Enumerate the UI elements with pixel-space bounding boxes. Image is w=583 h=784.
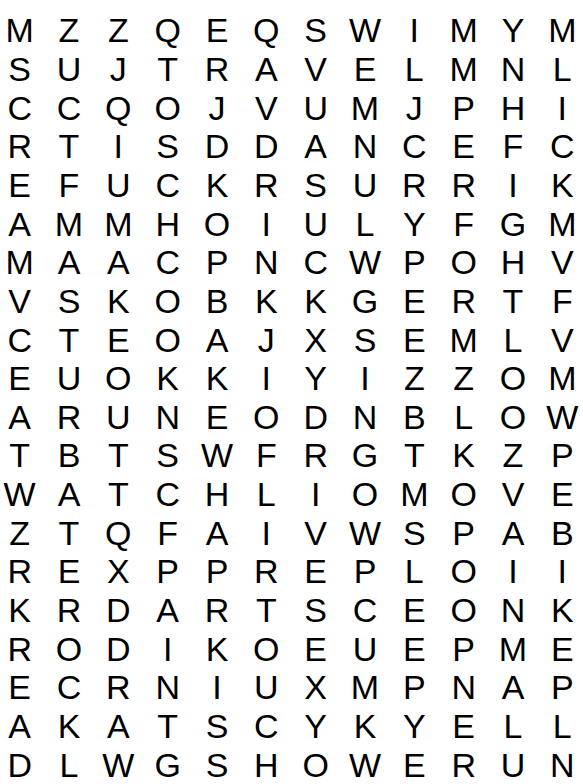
grid-cell[interactable]: U	[340, 166, 389, 205]
grid-cell[interactable]: I	[488, 166, 537, 205]
grid-cell[interactable]: A	[94, 243, 143, 282]
grid-cell[interactable]: P	[143, 552, 192, 591]
grid-cell[interactable]: M	[44, 204, 93, 243]
grid-cell[interactable]: R	[439, 282, 488, 321]
grid-cell[interactable]: R	[94, 668, 143, 707]
grid-cell[interactable]: S	[390, 513, 439, 552]
grid-cell[interactable]: Y	[390, 204, 439, 243]
grid-cell[interactable]: T	[44, 513, 93, 552]
grid-cell[interactable]: O	[439, 475, 488, 514]
grid-cell[interactable]: C	[242, 707, 291, 746]
grid-cell[interactable]: R	[0, 552, 44, 591]
grid-cell[interactable]: V	[291, 513, 340, 552]
grid-cell[interactable]: T	[44, 320, 93, 359]
grid-cell[interactable]: Y	[291, 707, 340, 746]
grid-cell[interactable]: A	[0, 398, 44, 437]
grid-cell[interactable]: N	[143, 398, 192, 437]
grid-cell[interactable]: E	[390, 591, 439, 630]
grid-cell[interactable]: K	[192, 359, 241, 398]
grid-cell[interactable]: O	[192, 204, 241, 243]
grid-cell[interactable]: E	[439, 707, 488, 746]
grid-cell[interactable]: P	[390, 668, 439, 707]
grid-cell[interactable]: V	[538, 320, 583, 359]
grid-cell[interactable]: Y	[488, 11, 537, 50]
grid-cell[interactable]: F	[439, 204, 488, 243]
grid-cell[interactable]: C	[340, 591, 389, 630]
grid-cell[interactable]: D	[291, 398, 340, 437]
grid-cell[interactable]: W	[538, 398, 583, 437]
grid-cell[interactable]: H	[143, 204, 192, 243]
grid-cell[interactable]: O	[340, 475, 389, 514]
grid-cell[interactable]: Q	[94, 88, 143, 127]
grid-cell[interactable]: K	[0, 591, 44, 630]
grid-cell[interactable]: B	[192, 282, 241, 321]
grid-cell[interactable]: I	[538, 552, 583, 591]
grid-cell[interactable]: E	[291, 552, 340, 591]
grid-cell[interactable]: Y	[390, 707, 439, 746]
grid-cell[interactable]: W	[340, 745, 389, 784]
grid-cell[interactable]: M	[0, 11, 44, 50]
grid-cell[interactable]: U	[340, 629, 389, 668]
grid-cell[interactable]: C	[0, 88, 44, 127]
grid-cell[interactable]: W	[0, 475, 44, 514]
grid-cell[interactable]: M	[94, 204, 143, 243]
grid-cell[interactable]: J	[242, 320, 291, 359]
grid-cell[interactable]: E	[0, 668, 44, 707]
grid-cell[interactable]: Z	[390, 359, 439, 398]
grid-cell[interactable]: A	[242, 50, 291, 89]
grid-cell[interactable]: P	[390, 243, 439, 282]
grid-cell[interactable]: E	[192, 11, 241, 50]
grid-cell[interactable]: W	[94, 745, 143, 784]
grid-cell[interactable]: R	[0, 127, 44, 166]
grid-cell[interactable]: J	[390, 88, 439, 127]
grid-cell[interactable]: K	[242, 282, 291, 321]
grid-cell[interactable]: O	[242, 398, 291, 437]
grid-cell[interactable]: N	[340, 127, 389, 166]
grid-cell[interactable]: E	[538, 475, 583, 514]
grid-cell[interactable]: L	[439, 398, 488, 437]
grid-cell[interactable]: N	[439, 668, 488, 707]
grid-cell[interactable]: T	[488, 282, 537, 321]
grid-cell[interactable]: R	[242, 166, 291, 205]
grid-cell[interactable]: M	[488, 629, 537, 668]
grid-cell[interactable]: E	[291, 629, 340, 668]
grid-cell[interactable]: C	[143, 475, 192, 514]
grid-cell[interactable]: V	[488, 475, 537, 514]
grid-cell[interactable]: K	[143, 359, 192, 398]
grid-cell[interactable]: Z	[0, 513, 44, 552]
grid-cell[interactable]: M	[340, 668, 389, 707]
grid-cell[interactable]: G	[488, 204, 537, 243]
grid-cell[interactable]: K	[340, 707, 389, 746]
grid-cell[interactable]: U	[291, 204, 340, 243]
grid-cell[interactable]: M	[0, 243, 44, 282]
grid-cell[interactable]: T	[94, 475, 143, 514]
grid-cell[interactable]: R	[44, 591, 93, 630]
grid-cell[interactable]: F	[242, 436, 291, 475]
grid-cell[interactable]: O	[439, 552, 488, 591]
grid-cell[interactable]: E	[340, 50, 389, 89]
grid-cell[interactable]: V	[291, 50, 340, 89]
grid-cell[interactable]: F	[488, 127, 537, 166]
grid-cell[interactable]: D	[0, 745, 44, 784]
grid-cell[interactable]: O	[143, 320, 192, 359]
grid-cell[interactable]: T	[0, 436, 44, 475]
grid-cell[interactable]: P	[439, 629, 488, 668]
grid-cell[interactable]: U	[242, 668, 291, 707]
word-search-board: MZZQEQSWIMYMSUJTRAVELMNLCCQOJVUMJPHIRTIS…	[0, 11, 583, 784]
grid-cell[interactable]: R	[439, 745, 488, 784]
grid-cell[interactable]: O	[143, 88, 192, 127]
grid-cell[interactable]: O	[143, 282, 192, 321]
grid-cell[interactable]: U	[488, 745, 537, 784]
grid-cell[interactable]: T	[390, 436, 439, 475]
grid-cell[interactable]: U	[44, 359, 93, 398]
grid-cell[interactable]: A	[0, 204, 44, 243]
grid-cell[interactable]: R	[390, 166, 439, 205]
grid-cell[interactable]: L	[538, 707, 583, 746]
grid-cell[interactable]: I	[538, 88, 583, 127]
grid-cell[interactable]: S	[143, 436, 192, 475]
grid-cell[interactable]: N	[488, 591, 537, 630]
grid-cell[interactable]: M	[538, 204, 583, 243]
grid-cell[interactable]: A	[192, 320, 241, 359]
grid-cell[interactable]: W	[340, 513, 389, 552]
grid-cell[interactable]: L	[340, 204, 389, 243]
grid-cell[interactable]: T	[44, 127, 93, 166]
grid-cell[interactable]: I	[94, 127, 143, 166]
grid-cell[interactable]: W	[340, 11, 389, 50]
grid-cell[interactable]: K	[94, 282, 143, 321]
grid-cell[interactable]: K	[192, 629, 241, 668]
grid-cell[interactable]: L	[44, 745, 93, 784]
grid-cell[interactable]: C	[143, 243, 192, 282]
grid-cell[interactable]: D	[192, 127, 241, 166]
grid-cell[interactable]: S	[44, 282, 93, 321]
grid-cell[interactable]: A	[488, 513, 537, 552]
grid-cell[interactable]: L	[242, 475, 291, 514]
grid-cell[interactable]: Z	[439, 359, 488, 398]
grid-cell[interactable]: I	[390, 11, 439, 50]
grid-cell[interactable]: V	[538, 243, 583, 282]
grid-cell[interactable]: G	[340, 436, 389, 475]
grid-cell[interactable]: N	[143, 668, 192, 707]
grid-cell[interactable]: E	[192, 398, 241, 437]
grid-cell[interactable]: D	[94, 591, 143, 630]
grid-cell[interactable]: N	[538, 745, 583, 784]
grid-cell[interactable]: T	[143, 707, 192, 746]
grid-cell[interactable]: Q	[143, 11, 192, 50]
grid-cell[interactable]: O	[439, 243, 488, 282]
grid-cell[interactable]: Z	[94, 11, 143, 50]
grid-cell[interactable]: A	[94, 707, 143, 746]
grid-cell[interactable]: Z	[488, 436, 537, 475]
grid-cell[interactable]: P	[439, 88, 488, 127]
grid-cell[interactable]: I	[242, 513, 291, 552]
grid-cell[interactable]: J	[94, 50, 143, 89]
grid-cell[interactable]: C	[143, 166, 192, 205]
grid-cell[interactable]: P	[538, 668, 583, 707]
grid-cell[interactable]: P	[340, 552, 389, 591]
grid-cell[interactable]: V	[0, 282, 44, 321]
grid-cell[interactable]: H	[242, 745, 291, 784]
grid-cell[interactable]: N	[488, 50, 537, 89]
grid-cell[interactable]: I	[291, 475, 340, 514]
grid-cell[interactable]: M	[538, 11, 583, 50]
grid-cell[interactable]: R	[44, 398, 93, 437]
grid-cell[interactable]: A	[143, 591, 192, 630]
grid-cell[interactable]: D	[94, 629, 143, 668]
grid-cell[interactable]: M	[439, 50, 488, 89]
grid-cell[interactable]: A	[44, 243, 93, 282]
grid-cell[interactable]: I	[242, 204, 291, 243]
grid-cell[interactable]: S	[0, 50, 44, 89]
grid-cell[interactable]: C	[390, 127, 439, 166]
grid-cell[interactable]: X	[291, 668, 340, 707]
grid-cell[interactable]: N	[242, 243, 291, 282]
grid-cell[interactable]: S	[291, 591, 340, 630]
grid-cell[interactable]: D	[242, 127, 291, 166]
grid-cell[interactable]: S	[291, 11, 340, 50]
grid-cell[interactable]: N	[340, 398, 389, 437]
grid-cell[interactable]: O	[44, 629, 93, 668]
grid-cell[interactable]: H	[488, 88, 537, 127]
grid-cell[interactable]: G	[143, 745, 192, 784]
grid-cell[interactable]: M	[390, 475, 439, 514]
grid-cell[interactable]: Z	[44, 11, 93, 50]
grid-cell[interactable]: E	[390, 745, 439, 784]
grid-cell[interactable]: U	[291, 88, 340, 127]
grid-cell[interactable]: S	[192, 707, 241, 746]
grid-cell[interactable]: R	[0, 629, 44, 668]
grid-cell[interactable]: E	[538, 629, 583, 668]
grid-cell[interactable]: W	[192, 436, 241, 475]
grid-cell[interactable]: A	[291, 127, 340, 166]
grid-cell[interactable]: H	[488, 243, 537, 282]
grid-cell[interactable]: O	[291, 745, 340, 784]
grid-cell[interactable]: L	[488, 320, 537, 359]
grid-cell[interactable]: T	[242, 591, 291, 630]
grid-cell[interactable]: E	[44, 552, 93, 591]
grid-cell[interactable]: M	[439, 320, 488, 359]
grid-cell[interactable]: H	[192, 475, 241, 514]
grid-cell[interactable]: E	[0, 166, 44, 205]
grid-cell[interactable]: P	[538, 436, 583, 475]
grid-cell[interactable]: E	[0, 359, 44, 398]
grid-cell[interactable]: F	[538, 282, 583, 321]
grid-cell[interactable]: U	[94, 166, 143, 205]
grid-cell[interactable]: W	[340, 243, 389, 282]
grid-cell[interactable]: O	[488, 359, 537, 398]
grid-cell[interactable]: O	[488, 398, 537, 437]
grid-cell[interactable]: S	[192, 745, 241, 784]
grid-cell[interactable]: Q	[94, 513, 143, 552]
grid-cell[interactable]: E	[390, 629, 439, 668]
grid-cell[interactable]: K	[44, 707, 93, 746]
grid-cell[interactable]: K	[192, 166, 241, 205]
grid-cell[interactable]: V	[242, 88, 291, 127]
grid-cell[interactable]: L	[390, 552, 439, 591]
grid-cell[interactable]: F	[143, 513, 192, 552]
grid-cell[interactable]: R	[291, 436, 340, 475]
grid-cell[interactable]: C	[44, 668, 93, 707]
grid-cell[interactable]: K	[291, 282, 340, 321]
grid-cell[interactable]: O	[94, 359, 143, 398]
grid-cell[interactable]: B	[390, 398, 439, 437]
grid-cell[interactable]: A	[192, 513, 241, 552]
grid-cell[interactable]: I	[143, 629, 192, 668]
grid-cell[interactable]: J	[192, 88, 241, 127]
grid-cell[interactable]: C	[538, 127, 583, 166]
grid-cell[interactable]: X	[94, 552, 143, 591]
grid-cell[interactable]: C	[0, 320, 44, 359]
grid-cell[interactable]: T	[94, 436, 143, 475]
grid-cell[interactable]: R	[192, 50, 241, 89]
grid-cell[interactable]: B	[44, 436, 93, 475]
grid-cell[interactable]: K	[439, 436, 488, 475]
grid-cell[interactable]: I	[192, 668, 241, 707]
grid-cell[interactable]: M	[538, 359, 583, 398]
grid-cell[interactable]: Y	[291, 359, 340, 398]
grid-cell[interactable]: K	[538, 166, 583, 205]
grid-cell[interactable]: I	[242, 359, 291, 398]
word-search-page: { "game": "word-search", "position": "MZ…	[0, 0, 583, 784]
grid-cell[interactable]: R	[439, 166, 488, 205]
grid-cell[interactable]: A	[0, 707, 44, 746]
grid-cell[interactable]: F	[44, 166, 93, 205]
grid-cell[interactable]: G	[340, 282, 389, 321]
grid-cell[interactable]: A	[488, 668, 537, 707]
grid-cell[interactable]: R	[242, 552, 291, 591]
grid-cell[interactable]: O	[242, 629, 291, 668]
grid-cell[interactable]: R	[192, 591, 241, 630]
grid-cell[interactable]: I	[340, 359, 389, 398]
grid-cell[interactable]: C	[291, 243, 340, 282]
grid-cell[interactable]: S	[340, 320, 389, 359]
grid-cell[interactable]: K	[538, 591, 583, 630]
grid-cell[interactable]: L	[390, 50, 439, 89]
grid-cell[interactable]: Q	[242, 11, 291, 50]
grid-cell[interactable]: E	[390, 282, 439, 321]
grid-cell[interactable]: E	[439, 127, 488, 166]
grid-cell[interactable]: T	[143, 50, 192, 89]
grid-cell[interactable]: U	[44, 50, 93, 89]
grid-cell[interactable]: U	[94, 398, 143, 437]
grid-cell[interactable]: X	[291, 320, 340, 359]
grid-cell[interactable]: L	[488, 707, 537, 746]
grid-cell[interactable]: O	[439, 591, 488, 630]
grid-cell[interactable]: P	[192, 243, 241, 282]
grid-cell[interactable]: M	[340, 88, 389, 127]
grid-cell[interactable]: C	[44, 88, 93, 127]
grid-cell[interactable]: B	[538, 513, 583, 552]
grid-cell[interactable]: E	[94, 320, 143, 359]
grid-cell[interactable]: S	[291, 166, 340, 205]
grid-cell[interactable]: P	[192, 552, 241, 591]
grid-cell[interactable]: I	[488, 552, 537, 591]
grid-cell[interactable]: M	[439, 11, 488, 50]
grid-cell[interactable]: A	[44, 475, 93, 514]
grid-cell[interactable]: S	[143, 127, 192, 166]
grid-cell[interactable]: L	[538, 50, 583, 89]
grid-cell[interactable]: E	[390, 320, 439, 359]
grid-cell[interactable]: P	[439, 513, 488, 552]
